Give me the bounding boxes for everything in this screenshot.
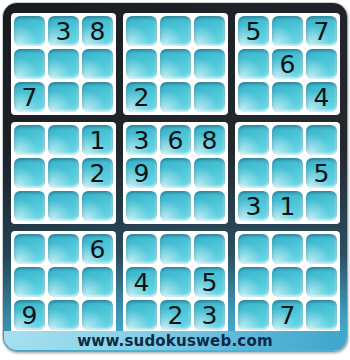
- sudoku-box-8: 4523: [123, 231, 228, 333]
- sudoku-box-3: 5764: [235, 13, 340, 115]
- sudoku-cell-r6c3[interactable]: [82, 191, 113, 221]
- sudoku-cell-r7c8[interactable]: [272, 234, 303, 264]
- sudoku-cell-r3c8[interactable]: [272, 82, 303, 112]
- given-digit: 6: [280, 52, 296, 77]
- sudoku-cell-r2c9[interactable]: [306, 49, 337, 79]
- sudoku-cell-r5c8[interactable]: [272, 158, 303, 188]
- sudoku-box-4: 12: [11, 122, 116, 224]
- sudoku-cell-r1c8[interactable]: [272, 16, 303, 46]
- sudoku-cell-r7c7[interactable]: [238, 234, 269, 264]
- sudoku-cell-r6c9[interactable]: [306, 191, 337, 221]
- given-digit: 6: [168, 128, 184, 153]
- sudoku-cell-r9c1[interactable]: 9: [14, 300, 45, 330]
- sudoku-cell-r9c3[interactable]: [82, 300, 113, 330]
- sudoku-cell-r6c1[interactable]: [14, 191, 45, 221]
- sudoku-cell-r7c5[interactable]: [160, 234, 191, 264]
- sudoku-cell-r7c4[interactable]: [126, 234, 157, 264]
- sudoku-cell-r2c7[interactable]: [238, 49, 269, 79]
- sudoku-cell-r7c1[interactable]: [14, 234, 45, 264]
- sudoku-cell-r3c4[interactable]: 2: [126, 82, 157, 112]
- sudoku-cell-r5c7[interactable]: [238, 158, 269, 188]
- sudoku-cell-r2c6[interactable]: [194, 49, 225, 79]
- sudoku-cell-r2c5[interactable]: [160, 49, 191, 79]
- sudoku-cell-r1c9[interactable]: 7: [306, 16, 337, 46]
- given-digit: 8: [90, 19, 106, 44]
- sudoku-cell-r8c8[interactable]: [272, 267, 303, 297]
- sudoku-cell-r6c6[interactable]: [194, 191, 225, 221]
- footer-link[interactable]: www.sudokusweb.com: [77, 332, 272, 350]
- given-digit: 5: [246, 19, 262, 44]
- sudoku-cell-r8c9[interactable]: [306, 267, 337, 297]
- sudoku-box-1: 387: [11, 13, 116, 115]
- sudoku-cell-r6c5[interactable]: [160, 191, 191, 221]
- sudoku-cell-r5c4[interactable]: 9: [126, 158, 157, 188]
- given-digit: 8: [202, 128, 218, 153]
- sudoku-cell-r8c5[interactable]: [160, 267, 191, 297]
- sudoku-cell-r5c3[interactable]: 2: [82, 158, 113, 188]
- sudoku-cell-r8c6[interactable]: 5: [194, 267, 225, 297]
- sudoku-cell-r8c3[interactable]: [82, 267, 113, 297]
- sudoku-cell-r9c2[interactable]: [48, 300, 79, 330]
- sudoku-cell-r3c7[interactable]: [238, 82, 269, 112]
- sudoku-cell-r9c9[interactable]: [306, 300, 337, 330]
- sudoku-box-6: 531: [235, 122, 340, 224]
- given-digit: 3: [56, 19, 72, 44]
- sudoku-cell-r1c7[interactable]: 5: [238, 16, 269, 46]
- sudoku-cell-r3c3[interactable]: [82, 82, 113, 112]
- sudoku-box-9: 7: [235, 231, 340, 333]
- given-digit: 2: [134, 85, 150, 110]
- sudoku-cell-r9c4[interactable]: [126, 300, 157, 330]
- sudoku-cell-r7c9[interactable]: [306, 234, 337, 264]
- given-digit: 6: [90, 237, 106, 262]
- sudoku-cell-r7c2[interactable]: [48, 234, 79, 264]
- given-digit: 9: [22, 303, 38, 328]
- sudoku-cell-r4c5[interactable]: 6: [160, 125, 191, 155]
- sudoku-box-7: 69: [11, 231, 116, 333]
- sudoku-cell-r8c7[interactable]: [238, 267, 269, 297]
- sudoku-cell-r2c3[interactable]: [82, 49, 113, 79]
- sudoku-cell-r3c9[interactable]: 4: [306, 82, 337, 112]
- sudoku-cell-r1c6[interactable]: [194, 16, 225, 46]
- given-digit: 4: [314, 85, 330, 110]
- sudoku-cell-r4c8[interactable]: [272, 125, 303, 155]
- sudoku-cell-r8c4[interactable]: 4: [126, 267, 157, 297]
- sudoku-cell-r9c6[interactable]: 3: [194, 300, 225, 330]
- sudoku-cell-r6c8[interactable]: 1: [272, 191, 303, 221]
- sudoku-cell-r7c3[interactable]: 6: [82, 234, 113, 264]
- given-digit: 9: [134, 161, 150, 186]
- sudoku-cell-r6c7[interactable]: 3: [238, 191, 269, 221]
- sudoku-cell-r5c2[interactable]: [48, 158, 79, 188]
- sudoku-cell-r6c2[interactable]: [48, 191, 79, 221]
- sudoku-cell-r3c6[interactable]: [194, 82, 225, 112]
- given-digit: 3: [134, 128, 150, 153]
- given-digit: 5: [314, 161, 330, 186]
- sudoku-cell-r1c4[interactable]: [126, 16, 157, 46]
- given-digit: 5: [202, 270, 218, 295]
- sudoku-cell-r9c8[interactable]: 7: [272, 300, 303, 330]
- sudoku-cell-r2c8[interactable]: 6: [272, 49, 303, 79]
- sudoku-cell-r1c2[interactable]: 3: [48, 16, 79, 46]
- sudoku-cell-r3c5[interactable]: [160, 82, 191, 112]
- given-digit: 7: [314, 19, 330, 44]
- given-digit: 2: [90, 161, 106, 186]
- sudoku-cell-r4c6[interactable]: 8: [194, 125, 225, 155]
- sudoku-cell-r4c2[interactable]: [48, 125, 79, 155]
- sudoku-cell-r8c1[interactable]: [14, 267, 45, 297]
- sudoku-cell-r1c5[interactable]: [160, 16, 191, 46]
- given-digit: 7: [280, 303, 296, 328]
- sudoku-cell-r7c6[interactable]: [194, 234, 225, 264]
- given-digit: 4: [134, 270, 150, 295]
- sudoku-cell-r1c1[interactable]: [14, 16, 45, 46]
- sudoku-cell-r5c9[interactable]: 5: [306, 158, 337, 188]
- sudoku-box-5: 3689: [123, 122, 228, 224]
- given-digit: 1: [280, 194, 296, 219]
- sudoku-cell-r2c2[interactable]: [48, 49, 79, 79]
- given-digit: 3: [202, 303, 218, 328]
- sudoku-cell-r5c5[interactable]: [160, 158, 191, 188]
- sudoku-cell-r8c2[interactable]: [48, 267, 79, 297]
- sudoku-cell-r5c6[interactable]: [194, 158, 225, 188]
- sudoku-grid: 387257641236895316945237: [11, 13, 340, 333]
- sudoku-cell-r4c9[interactable]: [306, 125, 337, 155]
- sudoku-cell-r9c5[interactable]: 2: [160, 300, 191, 330]
- given-digit: 3: [246, 194, 262, 219]
- given-digit: 1: [90, 128, 106, 153]
- sudoku-cell-r9c7[interactable]: [238, 300, 269, 330]
- sudoku-cell-r1c3[interactable]: 8: [82, 16, 113, 46]
- given-digit: 7: [22, 85, 38, 110]
- sudoku-cell-r2c1[interactable]: [14, 49, 45, 79]
- sudoku-cell-r2c4[interactable]: [126, 49, 157, 79]
- sudoku-cell-r3c1[interactable]: 7: [14, 82, 45, 112]
- sudoku-cell-r3c2[interactable]: [48, 82, 79, 112]
- board-frame: 387257641236895316945237 www.sudokusweb.…: [3, 3, 347, 351]
- footer-bar: www.sudokusweb.com: [4, 331, 346, 350]
- sudoku-cell-r4c7[interactable]: [238, 125, 269, 155]
- sudoku-cell-r4c1[interactable]: [14, 125, 45, 155]
- given-digit: 2: [168, 303, 184, 328]
- sudoku-cell-r5c1[interactable]: [14, 158, 45, 188]
- sudoku-box-2: 2: [123, 13, 228, 115]
- sudoku-cell-r6c4[interactable]: [126, 191, 157, 221]
- sudoku-cell-r4c3[interactable]: 1: [82, 125, 113, 155]
- sudoku-cell-r4c4[interactable]: 3: [126, 125, 157, 155]
